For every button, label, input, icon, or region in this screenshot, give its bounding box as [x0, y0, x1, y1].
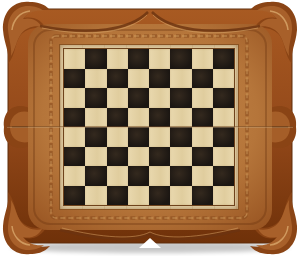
photo-canvas [0, 0, 300, 256]
square-c3[interactable] [107, 147, 128, 167]
square-a8[interactable] [64, 49, 85, 69]
square-d4[interactable] [128, 127, 149, 147]
square-b2[interactable] [85, 166, 106, 186]
square-f6[interactable] [170, 88, 191, 108]
square-e1[interactable] [149, 186, 170, 206]
square-e5[interactable] [149, 108, 170, 128]
square-c6[interactable] [107, 88, 128, 108]
square-e2[interactable] [149, 166, 170, 186]
square-h6[interactable] [213, 88, 234, 108]
square-e3[interactable] [149, 147, 170, 167]
square-d2[interactable] [128, 166, 149, 186]
square-e4[interactable] [149, 127, 170, 147]
square-e6[interactable] [149, 88, 170, 108]
square-e8[interactable] [149, 49, 170, 69]
square-c4[interactable] [107, 127, 128, 147]
square-a4[interactable] [64, 127, 85, 147]
square-g6[interactable] [192, 88, 213, 108]
square-f3[interactable] [170, 147, 191, 167]
square-d6[interactable] [128, 88, 149, 108]
board-grid [64, 49, 234, 205]
square-f2[interactable] [170, 166, 191, 186]
square-h7[interactable] [213, 69, 234, 89]
square-d8[interactable] [128, 49, 149, 69]
square-a3[interactable] [64, 147, 85, 167]
square-d5[interactable] [128, 108, 149, 128]
square-b3[interactable] [85, 147, 106, 167]
square-b1[interactable] [85, 186, 106, 206]
square-b4[interactable] [85, 127, 106, 147]
square-g2[interactable] [192, 166, 213, 186]
square-g1[interactable] [192, 186, 213, 206]
square-g3[interactable] [192, 147, 213, 167]
square-h3[interactable] [213, 147, 234, 167]
square-h4[interactable] [213, 127, 234, 147]
square-b7[interactable] [85, 69, 106, 89]
square-c8[interactable] [107, 49, 128, 69]
square-b5[interactable] [85, 108, 106, 128]
square-d1[interactable] [128, 186, 149, 206]
square-d7[interactable] [128, 69, 149, 89]
square-f4[interactable] [170, 127, 191, 147]
square-h8[interactable] [213, 49, 234, 69]
square-c1[interactable] [107, 186, 128, 206]
square-f7[interactable] [170, 69, 191, 89]
square-a1[interactable] [64, 186, 85, 206]
square-b8[interactable] [85, 49, 106, 69]
square-h5[interactable] [213, 108, 234, 128]
square-d3[interactable] [128, 147, 149, 167]
square-g8[interactable] [192, 49, 213, 69]
square-e7[interactable] [149, 69, 170, 89]
square-g5[interactable] [192, 108, 213, 128]
checkerboard [59, 44, 239, 210]
square-f1[interactable] [170, 186, 191, 206]
square-c7[interactable] [107, 69, 128, 89]
square-c5[interactable] [107, 108, 128, 128]
square-a6[interactable] [64, 88, 85, 108]
square-h1[interactable] [213, 186, 234, 206]
square-f5[interactable] [170, 108, 191, 128]
square-a7[interactable] [64, 69, 85, 89]
square-a2[interactable] [64, 166, 85, 186]
square-g7[interactable] [192, 69, 213, 89]
square-a5[interactable] [64, 108, 85, 128]
square-b6[interactable] [85, 88, 106, 108]
square-h2[interactable] [213, 166, 234, 186]
square-f8[interactable] [170, 49, 191, 69]
square-g4[interactable] [192, 127, 213, 147]
square-c2[interactable] [107, 166, 128, 186]
